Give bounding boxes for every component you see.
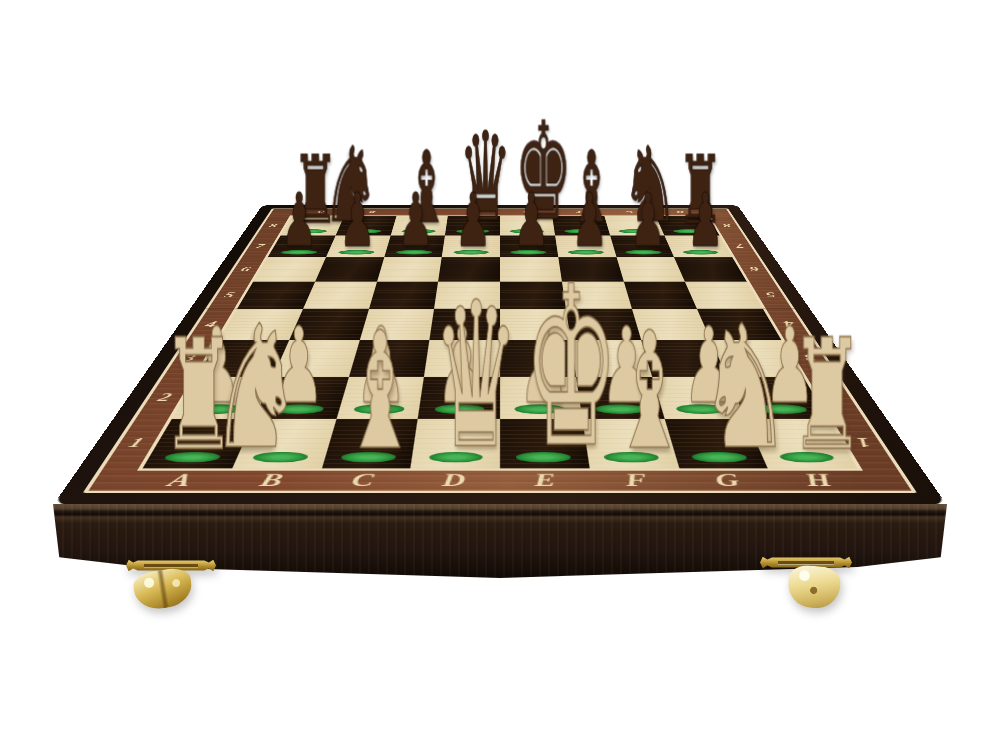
square-f8[interactable] [552,216,610,235]
piece-white-bishop[interactable]: ♝ [342,311,389,472]
piece-white-bishop[interactable]: ♝ [612,311,659,472]
piece-white-knight[interactable]: ♞ [697,303,753,473]
clasp-left-pendant-icon [131,566,194,613]
coord-file-e-back: E [500,209,552,215]
square-b6[interactable] [315,257,384,281]
square-b8[interactable] [335,216,396,235]
square-d7[interactable] [442,236,500,258]
square-h7[interactable] [665,236,733,258]
square-d8[interactable] [445,216,500,235]
square-b7[interactable] [326,236,390,258]
square-h8[interactable] [656,216,719,235]
square-c8[interactable] [390,216,448,235]
coord-file-f-back: F [551,209,604,215]
coord-file-g-back: G [602,209,656,215]
square-g8[interactable] [604,216,665,235]
piece-white-knight[interactable]: ♞ [247,303,303,473]
coord-file-b-back: B [344,209,398,215]
piece-white-rook[interactable]: ♜ [790,318,839,471]
square-a6[interactable] [253,257,325,281]
square-h6[interactable] [674,257,746,281]
chessboard: AABBCCDDEEFFGGHH1122334455667788 ♜♞♝♛♚♝♞… [53,205,947,505]
piece-white-king[interactable]: ♚ [524,257,568,478]
piece-white-rook[interactable]: ♜ [161,318,210,471]
square-e8[interactable] [500,216,555,235]
piece-white-queen[interactable]: ♛ [433,275,476,476]
clasp-right-pendant-icon [786,564,841,610]
chess-set-photo: AABBCCDDEEFFGGHH1122334455667788 ♜♞♝♛♚♝♞… [0,0,1000,750]
coord-file-c-back: C [396,209,449,215]
coord-file-d-back: D [448,209,500,215]
clasp-left[interactable] [126,557,216,617]
square-a8[interactable] [281,216,344,235]
coord-file-h-back: H [653,209,708,215]
square-g7[interactable] [610,236,674,258]
square-c7[interactable] [384,236,445,258]
perspective-wrap: AABBCCDDEEFFGGHH1122334455667788 ♜♞♝♛♚♝♞… [0,0,1000,750]
square-a7[interactable] [268,236,336,258]
square-g6[interactable] [616,257,685,281]
coord-file-a-back: A [292,209,347,215]
clasp-right[interactable] [760,554,852,616]
